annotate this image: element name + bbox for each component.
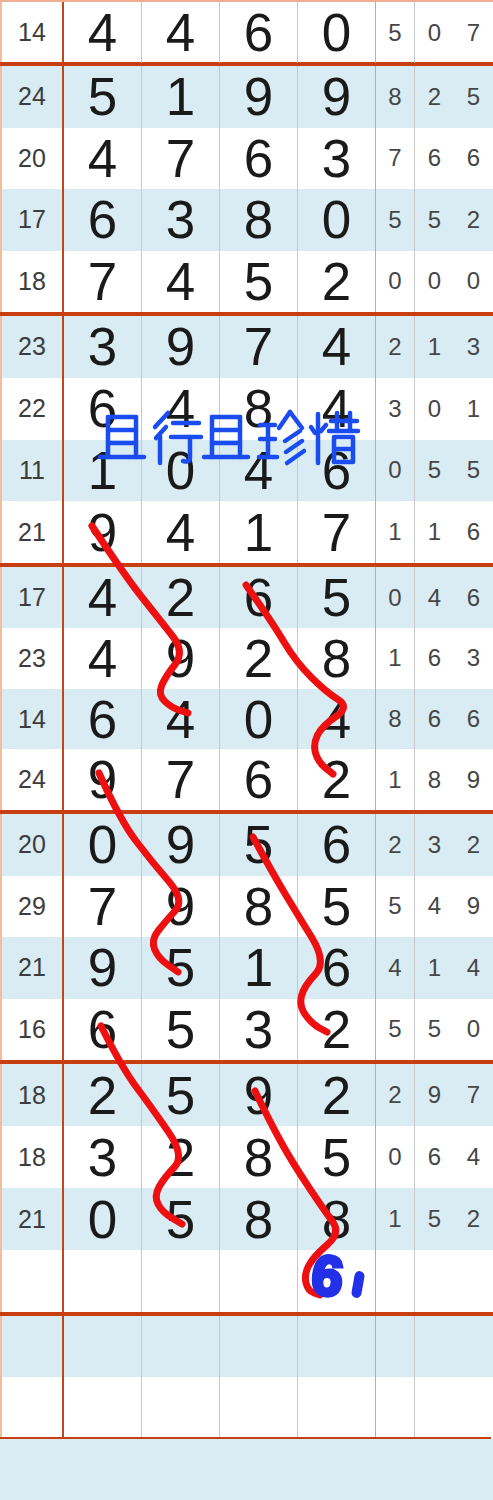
period-cell: 29 — [2, 876, 62, 938]
side-digit-cell: 7 — [375, 128, 414, 190]
side-digit-cell: 0 — [454, 251, 493, 313]
main-digit-cell: 6 — [219, 128, 297, 190]
side-digit-cell: 2 — [454, 1188, 493, 1250]
main-digit-cell: 4 — [62, 128, 141, 190]
main-digit-cell: 2 — [297, 251, 375, 313]
main-digit-cell: 6 — [62, 378, 141, 440]
side-digit-cell: 7 — [454, 2, 493, 63]
main-digit-cell: 5 — [141, 937, 219, 999]
side-digit-cell: 5 — [454, 66, 493, 128]
period-cell: 23 — [2, 316, 62, 378]
chart-row: 219516414 — [2, 937, 493, 999]
side-digit-cell: 2 — [375, 1064, 414, 1126]
main-digit-cell: 4 — [297, 689, 375, 750]
chart-row — [2, 1316, 493, 1377]
chart-row: 297985549 — [2, 876, 493, 938]
main-digit-cell: 9 — [141, 316, 219, 378]
period-cell — [2, 1250, 62, 1312]
chart-row: 183285064 — [2, 1126, 493, 1188]
main-digit-cell: 3 — [141, 189, 219, 251]
chart-row: 176380552 — [2, 189, 493, 251]
period-cell: 21 — [2, 937, 62, 999]
side-digit-cell: 6 — [414, 1126, 454, 1188]
main-digit-cell: 5 — [141, 1188, 219, 1250]
main-digit-cell: 6 — [297, 440, 375, 502]
period-cell: 17 — [2, 189, 62, 251]
main-digit-cell: 1 — [219, 937, 297, 999]
main-digit-cell: 0 — [62, 1188, 141, 1250]
side-digit-cell: 0 — [414, 378, 454, 440]
side-digit-cell: 9 — [414, 1064, 454, 1126]
main-digit-cell: 6 — [297, 814, 375, 876]
period-cell: 23 — [2, 628, 62, 689]
main-digit-cell — [219, 1377, 297, 1438]
period-cell: 14 — [2, 689, 62, 750]
main-digit-cell: 4 — [219, 440, 297, 502]
side-digit-cell: 1 — [375, 501, 414, 563]
period-cell: 24 — [2, 749, 62, 810]
main-digit-cell — [297, 1250, 375, 1312]
side-digit-cell: 4 — [414, 567, 454, 628]
main-digit-cell: 9 — [219, 1064, 297, 1126]
period-cell: 11 — [2, 440, 62, 502]
main-digit-cell: 6 — [219, 2, 297, 63]
chart-row: 204763766 — [2, 128, 493, 190]
side-digit-cell — [454, 1250, 493, 1312]
main-digit-cell: 0 — [141, 440, 219, 502]
main-digit-cell: 4 — [62, 2, 141, 63]
main-digit-cell: 4 — [141, 251, 219, 313]
side-digit-cell: 0 — [375, 1126, 414, 1188]
main-digit-cell: 0 — [297, 189, 375, 251]
number-grid[interactable]: 1444605072451998252047637661763805521874… — [0, 0, 493, 1437]
period-cell: 18 — [2, 1064, 62, 1126]
main-digit-cell — [219, 1316, 297, 1377]
side-digit-cell: 5 — [414, 1188, 454, 1250]
main-digit-cell: 3 — [62, 1126, 141, 1188]
main-digit-cell: 8 — [219, 876, 297, 938]
main-digit-cell — [62, 1250, 141, 1312]
period-cell: 14 — [2, 2, 62, 63]
main-digit-cell: 3 — [219, 999, 297, 1061]
main-digit-cell: 4 — [141, 378, 219, 440]
main-digit-cell: 4 — [141, 501, 219, 563]
main-digit-cell: 5 — [62, 66, 141, 128]
side-digit-cell — [454, 1377, 493, 1438]
main-digit-cell: 1 — [219, 501, 297, 563]
main-digit-cell — [219, 1250, 297, 1312]
side-digit-cell: 2 — [454, 189, 493, 251]
main-digit-cell: 6 — [219, 749, 297, 810]
side-digit-cell: 6 — [414, 689, 454, 750]
main-digit-cell: 8 — [219, 189, 297, 251]
side-digit-cell: 5 — [375, 189, 414, 251]
main-digit-cell: 5 — [297, 567, 375, 628]
period-cell: 22 — [2, 378, 62, 440]
side-digit-cell: 1 — [375, 1188, 414, 1250]
main-digit-cell: 9 — [297, 66, 375, 128]
chart-row: 210588152 — [2, 1188, 493, 1250]
side-digit-cell: 5 — [375, 876, 414, 938]
period-cell — [2, 1377, 62, 1438]
period-cell — [2, 1316, 62, 1377]
side-digit-cell: 6 — [454, 501, 493, 563]
main-digit-cell: 1 — [141, 66, 219, 128]
side-digit-cell: 0 — [375, 251, 414, 313]
main-digit-cell: 8 — [219, 1126, 297, 1188]
side-digit-cell: 6 — [454, 567, 493, 628]
period-cell: 24 — [2, 66, 62, 128]
chart-row: 219417116 — [2, 501, 493, 563]
main-digit-cell: 6 — [62, 999, 141, 1061]
side-digit-cell: 3 — [454, 316, 493, 378]
main-digit-cell: 0 — [297, 2, 375, 63]
main-digit-cell: 9 — [141, 876, 219, 938]
side-digit-cell: 4 — [454, 937, 493, 999]
main-digit-cell: 3 — [297, 128, 375, 190]
main-digit-cell: 2 — [141, 1126, 219, 1188]
main-digit-cell: 8 — [297, 1188, 375, 1250]
main-digit-cell: 6 — [219, 567, 297, 628]
main-digit-cell: 6 — [62, 189, 141, 251]
side-digit-cell: 8 — [375, 689, 414, 750]
side-digit-cell — [414, 1250, 454, 1312]
main-digit-cell: 2 — [297, 1064, 375, 1126]
main-digit-cell: 4 — [297, 316, 375, 378]
main-digit-cell: 2 — [141, 567, 219, 628]
main-digit-cell: 2 — [297, 749, 375, 810]
main-digit-cell: 6 — [297, 937, 375, 999]
main-digit-cell: 9 — [141, 628, 219, 689]
side-digit-cell — [375, 1377, 414, 1438]
side-digit-cell: 0 — [375, 567, 414, 628]
chart-row: 226484301 — [2, 378, 493, 440]
side-digit-cell: 8 — [414, 749, 454, 810]
main-digit-cell: 9 — [62, 749, 141, 810]
main-digit-cell: 2 — [62, 1064, 141, 1126]
side-digit-cell: 5 — [414, 440, 454, 502]
side-digit-cell — [375, 1250, 414, 1312]
side-digit-cell: 1 — [414, 501, 454, 563]
side-digit-cell: 0 — [414, 251, 454, 313]
side-digit-cell: 9 — [454, 876, 493, 938]
main-digit-cell: 7 — [219, 316, 297, 378]
side-digit-cell: 5 — [454, 440, 493, 502]
side-digit-cell: 2 — [414, 66, 454, 128]
main-digit-cell: 4 — [297, 378, 375, 440]
chart-row — [2, 1377, 493, 1438]
main-digit-cell: 7 — [62, 876, 141, 938]
chart-row: 144460507 — [2, 2, 493, 62]
main-digit-cell: 7 — [62, 251, 141, 313]
chart-row: 245199825 — [2, 66, 493, 128]
chart-row: 166532550 — [2, 999, 493, 1061]
chart-row: 146404866 — [2, 689, 493, 750]
main-digit-cell: 4 — [62, 628, 141, 689]
lottery-trend-chart-page: 1444605072451998252047637661763805521874… — [0, 0, 493, 1500]
footer-background — [0, 1439, 493, 1500]
side-digit-cell: 7 — [454, 1064, 493, 1126]
main-digit-cell: 9 — [62, 501, 141, 563]
period-cell: 18 — [2, 1126, 62, 1188]
side-digit-cell: 3 — [414, 814, 454, 876]
side-digit-cell: 3 — [454, 628, 493, 689]
main-digit-cell: 7 — [297, 501, 375, 563]
side-digit-cell: 1 — [454, 378, 493, 440]
period-cell: 20 — [2, 128, 62, 190]
side-digit-cell: 0 — [414, 2, 454, 63]
main-digit-cell: 7 — [141, 749, 219, 810]
period-cell: 20 — [2, 814, 62, 876]
side-digit-cell: 3 — [375, 378, 414, 440]
period-cell: 21 — [2, 1188, 62, 1250]
main-digit-cell: 0 — [62, 814, 141, 876]
main-digit-cell: 4 — [62, 567, 141, 628]
main-digit-cell: 9 — [62, 937, 141, 999]
side-digit-cell: 6 — [414, 628, 454, 689]
main-digit-cell: 5 — [141, 999, 219, 1061]
main-digit-cell: 4 — [141, 689, 219, 750]
side-digit-cell — [375, 1316, 414, 1377]
main-digit-cell: 6 — [62, 689, 141, 750]
main-digit-cell: 2 — [219, 628, 297, 689]
side-digit-cell: 8 — [375, 66, 414, 128]
side-digit-cell: 5 — [375, 2, 414, 63]
side-digit-cell: 1 — [414, 937, 454, 999]
main-digit-cell: 8 — [219, 1188, 297, 1250]
main-digit-cell — [141, 1316, 219, 1377]
main-digit-cell: 5 — [297, 1126, 375, 1188]
side-digit-cell: 1 — [375, 749, 414, 810]
side-digit-cell: 4 — [454, 1126, 493, 1188]
period-cell: 21 — [2, 501, 62, 563]
side-digit-cell — [414, 1316, 454, 1377]
chart-row: 200956232 — [2, 814, 493, 876]
side-digit-cell: 5 — [414, 189, 454, 251]
chart-row: 187452000 — [2, 251, 493, 313]
main-digit-cell: 8 — [297, 628, 375, 689]
main-digit-cell — [141, 1377, 219, 1438]
side-digit-cell: 0 — [375, 440, 414, 502]
side-digit-cell: 0 — [454, 999, 493, 1061]
side-digit-cell: 5 — [414, 999, 454, 1061]
side-digit-cell — [414, 1377, 454, 1438]
side-digit-cell: 6 — [454, 128, 493, 190]
side-digit-cell: 9 — [454, 749, 493, 810]
side-digit-cell: 1 — [375, 628, 414, 689]
main-digit-cell: 7 — [141, 128, 219, 190]
main-digit-cell: 4 — [141, 2, 219, 63]
chart-row: 233974213 — [2, 316, 493, 378]
side-digit-cell: 2 — [375, 814, 414, 876]
main-digit-cell: 3 — [62, 316, 141, 378]
main-digit-cell: 0 — [219, 689, 297, 750]
chart-row: 182592297 — [2, 1064, 493, 1126]
period-cell: 16 — [2, 999, 62, 1061]
side-digit-cell: 5 — [375, 999, 414, 1061]
chart-row: 111046055 — [2, 440, 493, 502]
main-digit-cell: 9 — [141, 814, 219, 876]
main-digit-cell: 5 — [219, 814, 297, 876]
side-digit-cell: 6 — [454, 689, 493, 750]
chart-row: 234928163 — [2, 628, 493, 689]
side-digit-cell — [454, 1316, 493, 1377]
main-digit-cell — [297, 1316, 375, 1377]
side-digit-cell: 6 — [414, 128, 454, 190]
main-digit-cell: 8 — [219, 378, 297, 440]
chart-row — [2, 1250, 493, 1312]
chart-row: 249762189 — [2, 749, 493, 810]
main-digit-cell: 1 — [62, 440, 141, 502]
main-digit-cell: 5 — [297, 876, 375, 938]
main-digit-cell: 5 — [141, 1064, 219, 1126]
main-digit-cell — [141, 1250, 219, 1312]
side-digit-cell: 2 — [454, 814, 493, 876]
side-digit-cell: 2 — [375, 316, 414, 378]
main-digit-cell — [62, 1316, 141, 1377]
main-digit-cell — [62, 1377, 141, 1438]
main-digit-cell: 2 — [297, 999, 375, 1061]
main-digit-cell — [297, 1377, 375, 1438]
side-digit-cell: 4 — [375, 937, 414, 999]
period-cell: 17 — [2, 567, 62, 628]
side-digit-cell: 4 — [414, 876, 454, 938]
chart-row: 174265046 — [2, 567, 493, 628]
main-digit-cell: 9 — [219, 66, 297, 128]
side-digit-cell: 1 — [414, 316, 454, 378]
main-digit-cell: 5 — [219, 251, 297, 313]
period-cell: 18 — [2, 251, 62, 313]
